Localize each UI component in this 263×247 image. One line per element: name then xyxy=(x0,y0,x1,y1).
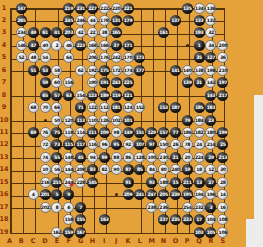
move-number: 243 xyxy=(112,80,120,85)
move-number: 151 xyxy=(136,130,144,135)
move-number: 132 xyxy=(207,18,215,23)
move-number: 137 xyxy=(171,18,179,23)
move-number: 183 xyxy=(207,105,215,110)
stone-white-112: 112 xyxy=(99,102,110,113)
move-number: 77 xyxy=(173,130,179,135)
stone-black-167: 167 xyxy=(75,227,86,238)
stone-black-135: 135 xyxy=(182,3,193,14)
stone-black-25: 25 xyxy=(217,139,228,150)
move-number: 24 xyxy=(196,142,202,147)
stone-black-209: 209 xyxy=(123,189,134,200)
move-number: 51 xyxy=(30,68,36,73)
stone-white-146: 146 xyxy=(16,40,27,51)
move-number: 199 xyxy=(219,130,227,135)
stone-white-244: 244 xyxy=(63,177,74,188)
stone-white-6: 6 xyxy=(63,202,74,213)
move-number: 99 xyxy=(102,155,108,160)
move-number: 79 xyxy=(184,118,190,123)
move-number: 239 xyxy=(171,192,179,197)
move-number: 148 xyxy=(65,155,73,160)
move-number: 41 xyxy=(54,30,60,35)
move-number: 159 xyxy=(65,230,73,235)
stone-black-199: 199 xyxy=(217,127,228,138)
stone-black-35: 35 xyxy=(194,52,205,63)
move-number: 69 xyxy=(30,130,36,135)
stone-white-100: 100 xyxy=(146,152,157,163)
stone-black-191: 191 xyxy=(99,77,110,88)
move-number: 242 xyxy=(112,55,120,60)
stone-black-171: 171 xyxy=(123,40,134,51)
move-number: 110 xyxy=(88,118,96,123)
stone-white-110: 110 xyxy=(87,115,98,126)
move-number: 173 xyxy=(136,55,144,60)
move-number: 196 xyxy=(207,192,215,197)
move-number: 19 xyxy=(184,167,190,172)
move-number: 97 xyxy=(149,142,155,147)
row-label-11: 11 xyxy=(0,129,9,136)
move-number: 96 xyxy=(102,142,108,147)
move-number: 5 xyxy=(55,192,58,197)
stone-black-149: 149 xyxy=(123,127,134,138)
stone-black-223: 223 xyxy=(75,40,86,51)
move-number: 254 xyxy=(183,205,191,210)
stone-black-61: 61 xyxy=(40,27,51,38)
move-number: 74 xyxy=(42,155,48,160)
column-label-F: F xyxy=(64,238,74,245)
move-number: 88 xyxy=(113,155,119,160)
stone-white-120: 120 xyxy=(63,115,74,126)
move-number: 42 xyxy=(78,30,84,35)
row-label-10: 10 xyxy=(0,117,9,124)
stone-white-172: 172 xyxy=(111,65,122,76)
stone-black-109: 109 xyxy=(99,127,110,138)
move-number: 143 xyxy=(207,93,215,98)
row-label-4: 4 xyxy=(0,42,9,49)
row-label-13: 13 xyxy=(0,154,9,161)
move-number: 65 xyxy=(42,93,48,98)
move-number: 126 xyxy=(100,118,108,123)
stone-black-63: 63 xyxy=(63,90,74,101)
stone-black-187: 187 xyxy=(170,102,181,113)
stone-white-14: 14 xyxy=(217,189,228,200)
move-number: 53 xyxy=(42,68,48,73)
stone-black-91: 91 xyxy=(123,177,134,188)
stone-white-170: 170 xyxy=(123,52,134,63)
move-number: 223 xyxy=(76,43,84,48)
stone-black-111: 111 xyxy=(87,127,98,138)
stone-black-235: 235 xyxy=(170,214,181,225)
move-number: 86 xyxy=(125,155,131,160)
stone-white-232: 232 xyxy=(194,202,205,213)
stone-black-217: 217 xyxy=(217,90,228,101)
stone-white-86: 86 xyxy=(123,152,134,163)
stone-black-159: 159 xyxy=(63,227,74,238)
stone-black-137: 137 xyxy=(170,15,181,26)
move-number: 155 xyxy=(76,217,84,222)
stone-black-21: 21 xyxy=(170,152,181,163)
move-number: 225 xyxy=(124,80,132,85)
stone-black-181: 181 xyxy=(111,102,122,113)
move-number: 201 xyxy=(41,192,49,197)
stone-white-254: 254 xyxy=(182,202,193,213)
move-number: 2 xyxy=(55,43,58,48)
column-label-O: O xyxy=(170,238,180,245)
move-number: 217 xyxy=(219,93,227,98)
stone-white-36: 36 xyxy=(217,52,228,63)
stone-black-59: 59 xyxy=(40,77,51,88)
move-number: 116 xyxy=(88,142,96,147)
move-number: 22 xyxy=(90,30,96,35)
column-label-J: J xyxy=(111,238,121,245)
stone-white-230: 230 xyxy=(158,152,169,163)
stone-black-119: 119 xyxy=(111,90,122,101)
column-label-A: A xyxy=(5,238,15,245)
row-label-9: 9 xyxy=(0,104,9,111)
stone-white-246: 246 xyxy=(75,15,86,26)
move-number: 245 xyxy=(65,18,73,23)
stone-black-87: 87 xyxy=(123,164,134,175)
bottom-right-sliver xyxy=(246,219,263,247)
stone-white-72: 72 xyxy=(40,139,51,150)
move-number: 119 xyxy=(112,93,120,98)
stone-white-122: 122 xyxy=(87,102,98,113)
stone-white-10: 10 xyxy=(40,164,51,175)
move-number: 221 xyxy=(124,6,132,11)
column-label-E: E xyxy=(52,238,62,245)
row-label-14: 14 xyxy=(0,166,9,173)
move-number: 66 xyxy=(54,105,60,110)
move-number: 209 xyxy=(124,192,132,197)
move-number: 192 xyxy=(88,68,96,73)
move-number: 236 xyxy=(159,205,167,210)
stone-white-178: 178 xyxy=(99,15,110,26)
move-number: 85 xyxy=(137,167,143,172)
row-label-19: 19 xyxy=(0,229,9,236)
move-number: 1 xyxy=(198,43,201,48)
stone-black-165: 165 xyxy=(111,27,122,38)
move-number: 122 xyxy=(88,105,96,110)
stone-white-48: 48 xyxy=(28,52,39,63)
move-number: 37 xyxy=(113,43,119,48)
move-number: 222 xyxy=(100,6,108,11)
column-label-P: P xyxy=(182,238,192,245)
move-number: 13 xyxy=(196,180,202,185)
stone-black-185: 185 xyxy=(194,102,205,113)
stone-white-184: 184 xyxy=(194,115,205,126)
stone-white-44: 44 xyxy=(87,15,98,26)
move-number: 9 xyxy=(67,192,70,197)
stone-black-193: 193 xyxy=(194,27,205,38)
move-number: 38 xyxy=(102,30,108,35)
move-number: 247 xyxy=(147,192,155,197)
stone-white-200: 200 xyxy=(217,40,228,51)
stone-black-113: 113 xyxy=(75,115,86,126)
move-number: 55 xyxy=(54,155,60,160)
move-number: 180 xyxy=(207,130,215,135)
stone-black-145: 145 xyxy=(87,177,98,188)
move-number: 36 xyxy=(220,55,226,60)
move-number: 216 xyxy=(41,180,49,185)
move-number: 98 xyxy=(113,130,119,135)
move-number: 92 xyxy=(125,142,131,147)
row-label-3: 3 xyxy=(0,29,9,36)
move-number: 186 xyxy=(183,130,191,135)
move-number: 123 xyxy=(88,93,96,98)
stone-white-62: 62 xyxy=(75,65,86,76)
move-number: 78 xyxy=(184,142,190,147)
move-number: 181 xyxy=(112,105,120,110)
move-number: 131 xyxy=(112,18,120,23)
stone-black-231: 231 xyxy=(75,3,86,14)
move-number: 32 xyxy=(208,30,214,35)
stone-black-233: 233 xyxy=(182,214,193,225)
move-number: 145 xyxy=(88,180,96,185)
go-board[interactable]: 12345678910111213141516171819ABCDEFGHIJK… xyxy=(0,0,263,247)
move-number: 133 xyxy=(195,18,203,23)
move-number: 34 xyxy=(208,43,214,48)
move-number: 60 xyxy=(54,80,60,85)
stone-black-105: 105 xyxy=(205,227,216,238)
move-number: 8 xyxy=(55,205,58,210)
column-label-G: G xyxy=(76,238,86,245)
move-number: 220 xyxy=(112,6,120,11)
move-number: 140 xyxy=(183,68,191,73)
stone-black-37: 37 xyxy=(111,40,122,51)
move-number: 4 xyxy=(32,192,35,197)
stone-black-139: 139 xyxy=(182,77,193,88)
stone-black-1: 1 xyxy=(194,40,205,51)
stone-black-51: 51 xyxy=(28,65,39,76)
move-number: 176 xyxy=(100,55,108,60)
move-number: 170 xyxy=(124,55,132,60)
stone-white-74: 74 xyxy=(40,152,51,163)
move-number: 136 xyxy=(207,6,215,11)
move-number: 121 xyxy=(124,93,132,98)
move-number: 142 xyxy=(207,80,215,85)
row-label-7: 7 xyxy=(0,79,9,86)
stone-white-106: 106 xyxy=(217,227,228,238)
move-number: 35 xyxy=(196,55,202,60)
row-label-15: 15 xyxy=(0,179,9,186)
row-label-6: 6 xyxy=(0,67,9,74)
stone-black-53: 53 xyxy=(40,65,51,76)
stone-white-220: 220 xyxy=(111,3,122,14)
move-number: 107 xyxy=(136,142,144,147)
row-label-2: 2 xyxy=(0,17,9,24)
stone-white-140: 140 xyxy=(182,65,193,76)
stone-white-166: 166 xyxy=(99,40,110,51)
stone-white-30: 30 xyxy=(217,164,228,175)
move-number: 23 xyxy=(208,118,214,123)
move-number: 10 xyxy=(42,167,48,172)
stone-white-28: 28 xyxy=(217,177,228,188)
move-number: 54 xyxy=(42,55,48,60)
stone-white-134: 134 xyxy=(194,3,205,14)
move-number: 206 xyxy=(88,55,96,60)
move-number: 57 xyxy=(54,93,60,98)
move-number: 215 xyxy=(53,180,61,185)
stone-white-16: 16 xyxy=(217,202,228,213)
move-number: 188 xyxy=(159,180,167,185)
move-number: 193 xyxy=(195,30,203,35)
move-number: 197 xyxy=(219,80,227,85)
stone-black-197: 197 xyxy=(217,77,228,88)
move-number: 56 xyxy=(54,167,60,172)
move-number: 152 xyxy=(136,105,144,110)
stone-white-102: 102 xyxy=(111,115,122,126)
stone-white-54: 54 xyxy=(40,52,51,63)
move-number: 124 xyxy=(124,105,132,110)
stone-black-157: 157 xyxy=(158,127,169,138)
column-label-R: R xyxy=(206,238,216,245)
move-number: 232 xyxy=(195,205,203,210)
move-number: 114 xyxy=(76,130,84,135)
column-label-L: L xyxy=(135,238,145,245)
stone-black-225: 225 xyxy=(123,77,134,88)
move-number: 161 xyxy=(159,30,167,35)
move-number: 234 xyxy=(17,30,25,35)
move-number: 157 xyxy=(159,130,167,135)
move-number: 90 xyxy=(113,167,119,172)
stone-white-194: 194 xyxy=(194,189,205,200)
stone-white-124: 124 xyxy=(123,102,134,113)
stone-white-40: 40 xyxy=(40,40,51,51)
stone-white-238: 238 xyxy=(146,202,157,213)
move-number: 146 xyxy=(17,43,25,48)
move-number: 230 xyxy=(159,155,167,160)
move-number: 190 xyxy=(88,80,96,85)
star-point xyxy=(115,193,118,196)
move-number: 91 xyxy=(125,180,131,185)
stone-white-108: 108 xyxy=(217,214,228,225)
stone-black-133: 133 xyxy=(194,15,205,26)
stone-white-188: 188 xyxy=(158,177,169,188)
stone-black-211: 211 xyxy=(182,177,193,188)
move-number: 179 xyxy=(124,18,132,23)
move-number: 48 xyxy=(30,55,36,60)
stone-black-131: 131 xyxy=(111,15,122,26)
row-label-5: 5 xyxy=(0,54,9,61)
row-label-8: 8 xyxy=(0,92,9,99)
stone-white-210: 210 xyxy=(217,65,228,76)
move-number: 127 xyxy=(207,55,215,60)
move-number: 59 xyxy=(42,80,48,85)
move-number: 265 xyxy=(17,18,25,23)
row-label-12: 12 xyxy=(0,141,9,148)
stone-white-76: 76 xyxy=(40,127,51,138)
move-number: 166 xyxy=(100,43,108,48)
move-number: 141 xyxy=(171,68,179,73)
stone-black-121: 121 xyxy=(123,90,134,101)
stone-black-243: 243 xyxy=(111,77,122,88)
stone-white-186: 186 xyxy=(182,127,193,138)
stone-black-103: 103 xyxy=(194,227,205,238)
move-number: 175 xyxy=(100,68,108,73)
move-number: 50 xyxy=(54,118,60,123)
stone-black-265: 265 xyxy=(16,15,27,26)
stone-black-201: 201 xyxy=(40,189,51,200)
stone-black-189: 189 xyxy=(99,90,110,101)
column-label-I: I xyxy=(99,238,109,245)
move-number: 80 xyxy=(161,167,167,172)
move-number: 163 xyxy=(100,217,108,222)
move-number: 115 xyxy=(65,142,73,147)
move-number: 111 xyxy=(88,130,96,135)
move-number: 105 xyxy=(207,230,215,235)
stone-black-227: 227 xyxy=(87,3,98,14)
move-number: 31 xyxy=(196,80,202,85)
move-number: 171 xyxy=(124,43,132,48)
move-number: 213 xyxy=(219,155,227,160)
move-number: 187 xyxy=(171,105,179,110)
move-number: 64 xyxy=(66,55,72,60)
move-number: 144 xyxy=(65,167,73,172)
stone-white-94: 94 xyxy=(87,152,98,163)
move-number: 168 xyxy=(88,43,96,48)
move-number: 149 xyxy=(124,130,132,135)
star-point xyxy=(186,44,189,47)
stone-white-24: 24 xyxy=(194,139,205,150)
move-number: 235 xyxy=(171,217,179,222)
move-number: 30 xyxy=(220,167,226,172)
move-number: 12 xyxy=(208,167,214,172)
move-number: 58 xyxy=(54,68,60,73)
stone-white-50: 50 xyxy=(51,115,62,126)
stone-black-47: 47 xyxy=(28,40,39,51)
move-number: 211 xyxy=(183,180,191,185)
move-number: 28 xyxy=(220,180,226,185)
stone-black-101: 101 xyxy=(123,115,134,126)
move-number: 194 xyxy=(195,192,203,197)
move-number: 17 xyxy=(196,217,202,222)
stone-black-219: 219 xyxy=(63,3,74,14)
move-number: 185 xyxy=(195,105,203,110)
stone-white-98: 98 xyxy=(111,127,122,138)
move-number: 83 xyxy=(90,167,96,172)
stone-white-228: 228 xyxy=(75,177,86,188)
move-number: 120 xyxy=(65,118,73,123)
move-number: 27 xyxy=(208,180,214,185)
move-number: 237 xyxy=(159,217,167,222)
move-number: 82 xyxy=(102,167,108,172)
stone-black-69: 69 xyxy=(28,127,39,138)
move-number: 174 xyxy=(124,68,132,73)
move-number: 165 xyxy=(112,30,120,35)
move-number: 203 xyxy=(65,30,73,35)
move-number: 29 xyxy=(208,155,214,160)
move-number: 184 xyxy=(195,118,203,123)
stone-white-88: 88 xyxy=(111,152,122,163)
move-number: 224 xyxy=(195,155,203,160)
stone-white-192: 192 xyxy=(87,65,98,76)
move-number: 18 xyxy=(196,167,202,172)
move-number: 118 xyxy=(65,130,73,135)
move-number: 21 xyxy=(173,155,179,160)
move-number: 87 xyxy=(125,167,131,172)
move-number: 3 xyxy=(210,205,213,210)
stone-black-45: 45 xyxy=(75,152,86,163)
stone-white-18: 18 xyxy=(194,164,205,175)
move-number: 52 xyxy=(19,55,25,60)
stone-black-57: 57 xyxy=(51,90,62,101)
column-label-K: K xyxy=(123,238,133,245)
column-label-C: C xyxy=(28,238,38,245)
move-number: 138 xyxy=(195,68,203,73)
move-number: 95 xyxy=(113,142,119,147)
move-number: 172 xyxy=(112,68,120,73)
stone-white-224: 224 xyxy=(194,152,205,163)
row-label-1: 1 xyxy=(0,5,9,12)
